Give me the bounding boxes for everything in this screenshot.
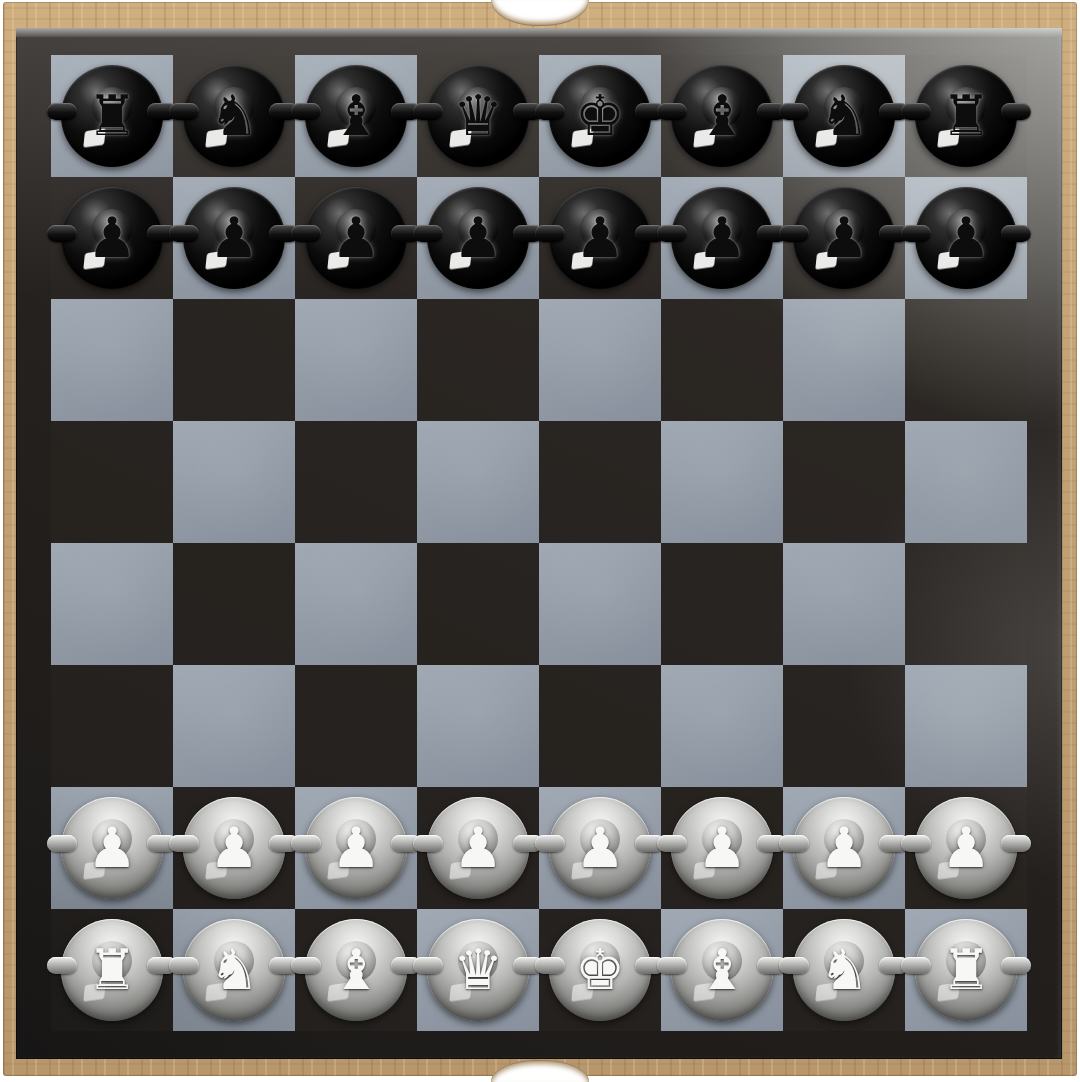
- piece-dome: ♟: [183, 797, 285, 899]
- piece-white-pawn-f2[interactable]: ♟: [661, 787, 783, 909]
- piece-dome: ♟: [671, 187, 773, 289]
- piece-white-pawn-c2[interactable]: ♟: [295, 787, 417, 909]
- white-pawn-glyph-icon: ♟: [793, 797, 895, 899]
- piece-dome: ♛: [427, 919, 529, 1021]
- white-pawn-glyph-icon: ♟: [183, 797, 285, 899]
- piece-dome: ♟: [61, 187, 163, 289]
- white-pawn-glyph-icon: ♟: [427, 797, 529, 899]
- chess-set-photo: ♜♞♝♛♚♝♞♜♟♟♟♟♟♟♟♟♟♟♟♟♟♟♟♟♜♞♝♛♚♝♞♜: [0, 0, 1080, 1082]
- black-pawn-glyph-icon: ♟: [305, 187, 407, 289]
- piece-dome: ♞: [183, 65, 285, 167]
- black-pawn-glyph-icon: ♟: [671, 187, 773, 289]
- piece-dome: ♟: [793, 797, 895, 899]
- piece-black-rook-a8[interactable]: ♜: [51, 55, 173, 177]
- piece-dome: ♞: [793, 65, 895, 167]
- board-bevel-edge: [16, 28, 1062, 37]
- piece-dome: ♟: [427, 187, 529, 289]
- piece-black-knight-g8[interactable]: ♞: [783, 55, 905, 177]
- black-bishop-glyph-icon: ♝: [305, 65, 407, 167]
- piece-black-pawn-c7[interactable]: ♟: [295, 177, 417, 299]
- piece-white-king-e1[interactable]: ♚: [539, 909, 661, 1031]
- piece-dome: ♜: [61, 65, 163, 167]
- white-pawn-glyph-icon: ♟: [671, 797, 773, 899]
- black-king-glyph-icon: ♚: [549, 65, 651, 167]
- piece-dome: ♞: [183, 919, 285, 1021]
- piece-dome: ♟: [305, 797, 407, 899]
- piece-dome: ♟: [305, 187, 407, 289]
- piece-white-bishop-c1[interactable]: ♝: [295, 909, 417, 1031]
- black-bishop-glyph-icon: ♝: [671, 65, 773, 167]
- piece-white-knight-b1[interactable]: ♞: [173, 909, 295, 1031]
- white-rook-glyph-icon: ♜: [915, 919, 1017, 1021]
- white-knight-glyph-icon: ♞: [793, 919, 895, 1021]
- black-rook-glyph-icon: ♜: [61, 65, 163, 167]
- piece-black-pawn-g7[interactable]: ♟: [783, 177, 905, 299]
- white-pawn-glyph-icon: ♟: [61, 797, 163, 899]
- piece-black-queen-d8[interactable]: ♛: [417, 55, 539, 177]
- piece-dome: ♟: [793, 187, 895, 289]
- black-queen-glyph-icon: ♛: [427, 65, 529, 167]
- white-king-glyph-icon: ♚: [549, 919, 651, 1021]
- black-pawn-glyph-icon: ♟: [183, 187, 285, 289]
- black-knight-glyph-icon: ♞: [793, 65, 895, 167]
- black-rook-glyph-icon: ♜: [915, 65, 1017, 167]
- piece-white-rook-a1[interactable]: ♜: [51, 909, 173, 1031]
- piece-black-pawn-h7[interactable]: ♟: [905, 177, 1027, 299]
- piece-black-pawn-a7[interactable]: ♟: [51, 177, 173, 299]
- piece-dome: ♟: [61, 797, 163, 899]
- piece-dome: ♟: [549, 187, 651, 289]
- piece-dome: ♟: [671, 797, 773, 899]
- piece-dome: ♜: [61, 919, 163, 1021]
- piece-black-bishop-f8[interactable]: ♝: [661, 55, 783, 177]
- piece-white-pawn-d2[interactable]: ♟: [417, 787, 539, 909]
- black-pawn-glyph-icon: ♟: [61, 187, 163, 289]
- white-pawn-glyph-icon: ♟: [915, 797, 1017, 899]
- piece-dome: ♝: [671, 919, 773, 1021]
- piece-black-pawn-d7[interactable]: ♟: [417, 177, 539, 299]
- pieces-layer: ♜♞♝♛♚♝♞♜♟♟♟♟♟♟♟♟♟♟♟♟♟♟♟♟♜♞♝♛♚♝♞♜: [51, 55, 1027, 1031]
- piece-dome: ♝: [305, 65, 407, 167]
- black-pawn-glyph-icon: ♟: [427, 187, 529, 289]
- piece-white-knight-g1[interactable]: ♞: [783, 909, 905, 1031]
- piece-black-pawn-f7[interactable]: ♟: [661, 177, 783, 299]
- black-knight-glyph-icon: ♞: [183, 65, 285, 167]
- piece-white-pawn-e2[interactable]: ♟: [539, 787, 661, 909]
- piece-white-pawn-h2[interactable]: ♟: [905, 787, 1027, 909]
- piece-black-knight-b8[interactable]: ♞: [173, 55, 295, 177]
- black-pawn-glyph-icon: ♟: [793, 187, 895, 289]
- piece-dome: ♟: [427, 797, 529, 899]
- piece-black-pawn-e7[interactable]: ♟: [539, 177, 661, 299]
- piece-dome: ♟: [183, 187, 285, 289]
- white-pawn-glyph-icon: ♟: [305, 797, 407, 899]
- piece-white-bishop-f1[interactable]: ♝: [661, 909, 783, 1031]
- white-rook-glyph-icon: ♜: [61, 919, 163, 1021]
- piece-white-rook-h1[interactable]: ♜: [905, 909, 1027, 1031]
- white-queen-glyph-icon: ♛: [427, 919, 529, 1021]
- chess-board: ♜♞♝♛♚♝♞♜♟♟♟♟♟♟♟♟♟♟♟♟♟♟♟♟♜♞♝♛♚♝♞♜: [16, 28, 1062, 1059]
- piece-dome: ♞: [793, 919, 895, 1021]
- piece-black-rook-h8[interactable]: ♜: [905, 55, 1027, 177]
- piece-white-pawn-b2[interactable]: ♟: [173, 787, 295, 909]
- black-pawn-glyph-icon: ♟: [915, 187, 1017, 289]
- piece-dome: ♜: [915, 65, 1017, 167]
- piece-dome: ♝: [671, 65, 773, 167]
- piece-dome: ♚: [549, 919, 651, 1021]
- piece-white-queen-d1[interactable]: ♛: [417, 909, 539, 1031]
- white-pawn-glyph-icon: ♟: [549, 797, 651, 899]
- piece-dome: ♛: [427, 65, 529, 167]
- piece-dome: ♝: [305, 919, 407, 1021]
- piece-dome: ♟: [549, 797, 651, 899]
- piece-white-pawn-a2[interactable]: ♟: [51, 787, 173, 909]
- white-bishop-glyph-icon: ♝: [671, 919, 773, 1021]
- piece-dome: ♜: [915, 919, 1017, 1021]
- piece-dome: ♚: [549, 65, 651, 167]
- piece-dome: ♟: [915, 797, 1017, 899]
- piece-dome: ♟: [915, 187, 1017, 289]
- piece-black-bishop-c8[interactable]: ♝: [295, 55, 417, 177]
- piece-white-pawn-g2[interactable]: ♟: [783, 787, 905, 909]
- piece-black-pawn-b7[interactable]: ♟: [173, 177, 295, 299]
- piece-black-king-e8[interactable]: ♚: [539, 55, 661, 177]
- white-knight-glyph-icon: ♞: [183, 919, 285, 1021]
- white-bishop-glyph-icon: ♝: [305, 919, 407, 1021]
- black-pawn-glyph-icon: ♟: [549, 187, 651, 289]
